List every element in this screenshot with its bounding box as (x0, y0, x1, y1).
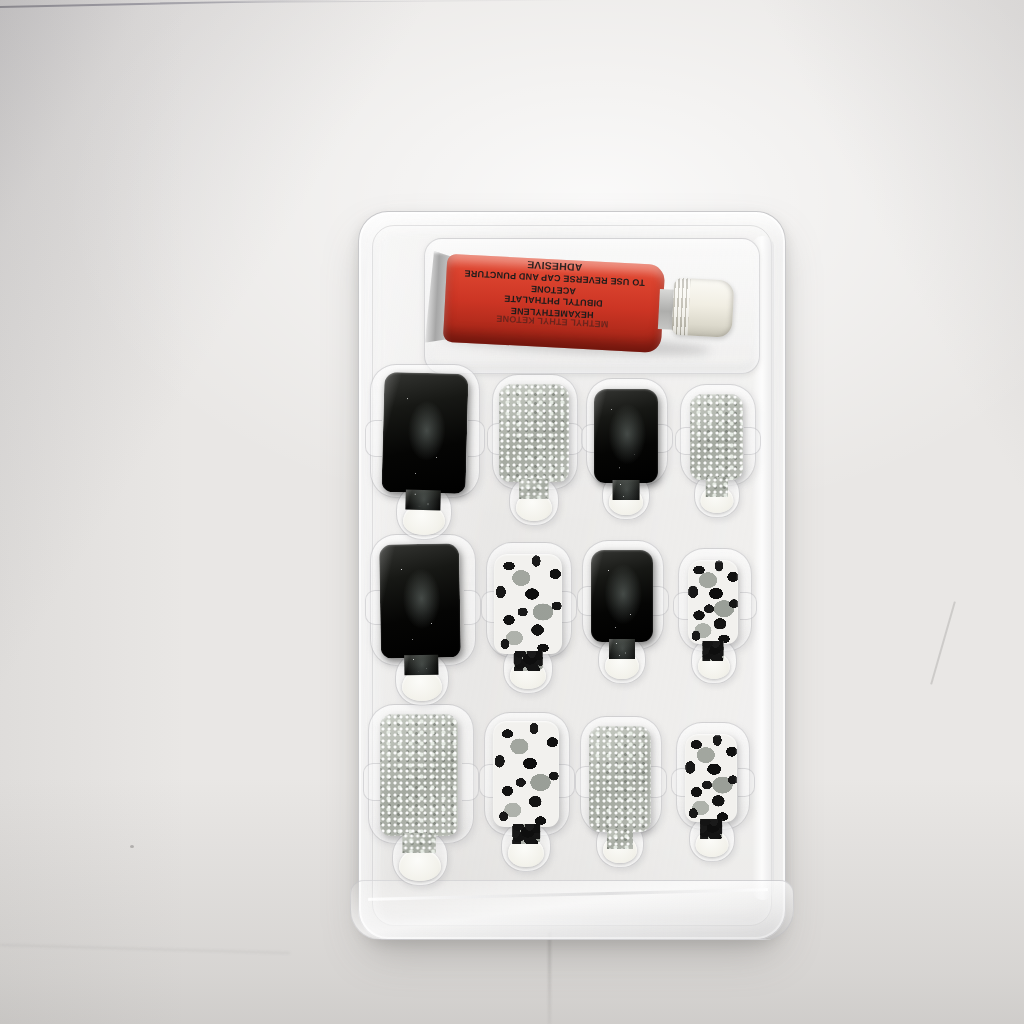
glue-tube-body: ADHESIVE TO USE REVERSE CAP AND PUNCTURE… (443, 254, 665, 353)
nail-pocket (678, 548, 750, 684)
nail-pocket (486, 542, 570, 694)
press-on-nail (379, 543, 461, 658)
press-on-nail (589, 726, 651, 832)
nail-pocket (368, 704, 472, 886)
nail-stem (519, 479, 548, 499)
press-on-nail (380, 714, 458, 836)
nail-pocket (492, 374, 576, 526)
glue-tube-cap (672, 278, 735, 338)
press-on-nail (494, 554, 562, 654)
press-on-nail (381, 372, 468, 494)
nail-stem (705, 477, 727, 497)
glue-tube: ADHESIVE TO USE REVERSE CAP AND PUNCTURE… (425, 249, 744, 361)
nail-stem (613, 480, 640, 500)
press-on-nail (493, 721, 559, 827)
press-on-nail (499, 384, 569, 482)
nail-stem (512, 824, 540, 844)
nail-pocket (370, 364, 478, 540)
press-on-nail (591, 550, 653, 642)
nail-pocket (680, 384, 754, 518)
adhesive-tab (399, 849, 441, 881)
nail-pocket (586, 378, 666, 520)
nail-stem (609, 639, 635, 659)
nail-stem (405, 490, 441, 511)
nail-stem (703, 641, 724, 661)
press-on-nail (690, 394, 743, 480)
nail-pocket (580, 716, 660, 868)
press-on-nail (685, 734, 737, 822)
nail-pocket (582, 540, 662, 684)
surface-crease-vertical (548, 932, 551, 1024)
nail-stem (514, 651, 543, 671)
press-on-nail (688, 560, 738, 644)
nail-stem (403, 833, 436, 853)
press-on-nail (594, 389, 658, 483)
nail-pocket (676, 722, 748, 862)
nail-stem (607, 829, 633, 849)
nail-pocket (370, 534, 474, 706)
nail-stem (700, 819, 722, 839)
product-photo: ADHESIVE TO USE REVERSE CAP AND PUNCTURE… (0, 0, 1024, 1024)
surface-speck (130, 845, 134, 848)
nail-pocket (484, 712, 568, 872)
nail-stem (404, 655, 438, 676)
glue-tube-label: ADHESIVE TO USE REVERSE CAP AND PUNCTURE… (447, 257, 659, 350)
